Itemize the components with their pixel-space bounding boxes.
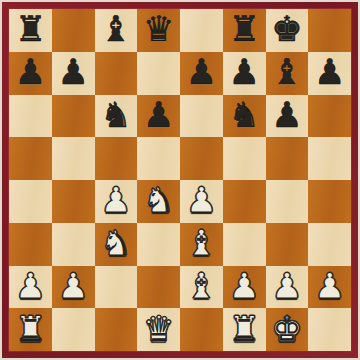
- square-a3[interactable]: [9, 223, 52, 266]
- square-f2[interactable]: ♟: [223, 266, 266, 309]
- square-b6[interactable]: [52, 95, 95, 138]
- piece-black-pawn[interactable]: ♟: [57, 52, 88, 93]
- square-b1[interactable]: [52, 308, 95, 351]
- square-h5[interactable]: [308, 137, 351, 180]
- piece-black-pawn[interactable]: ♟: [228, 52, 259, 93]
- piece-black-bishop[interactable]: ♝: [271, 52, 302, 93]
- square-g7[interactable]: ♝: [266, 52, 309, 95]
- square-f7[interactable]: ♟: [223, 52, 266, 95]
- piece-white-pawn[interactable]: ♟: [228, 266, 259, 307]
- piece-black-bishop[interactable]: ♝: [100, 9, 131, 50]
- square-b7[interactable]: ♟: [52, 52, 95, 95]
- square-c8[interactable]: ♝: [95, 9, 138, 52]
- piece-white-pawn[interactable]: ♟: [100, 180, 131, 221]
- square-d6[interactable]: ♟: [137, 95, 180, 138]
- piece-white-queen[interactable]: ♛: [143, 308, 174, 349]
- square-e7[interactable]: ♟: [180, 52, 223, 95]
- square-c3[interactable]: ♞: [95, 223, 138, 266]
- piece-black-rook[interactable]: ♜: [228, 9, 259, 50]
- square-h8[interactable]: [308, 9, 351, 52]
- square-h3[interactable]: [308, 223, 351, 266]
- square-f6[interactable]: ♞: [223, 95, 266, 138]
- square-a6[interactable]: [9, 95, 52, 138]
- square-b8[interactable]: [52, 9, 95, 52]
- square-d3[interactable]: [137, 223, 180, 266]
- square-f8[interactable]: ♜: [223, 9, 266, 52]
- piece-black-knight[interactable]: ♞: [228, 95, 259, 136]
- piece-white-pawn[interactable]: ♟: [271, 266, 302, 307]
- square-b5[interactable]: [52, 137, 95, 180]
- square-h6[interactable]: [308, 95, 351, 138]
- square-g5[interactable]: [266, 137, 309, 180]
- piece-black-king[interactable]: ♚: [271, 9, 302, 50]
- piece-white-king[interactable]: ♚: [271, 308, 302, 349]
- square-a8[interactable]: ♜: [9, 9, 52, 52]
- square-c6[interactable]: ♞: [95, 95, 138, 138]
- square-b2[interactable]: ♟: [52, 266, 95, 309]
- square-h2[interactable]: ♟: [308, 266, 351, 309]
- piece-white-bishop[interactable]: ♝: [186, 266, 217, 307]
- square-d8[interactable]: ♛: [137, 9, 180, 52]
- piece-black-rook[interactable]: ♜: [15, 9, 46, 50]
- square-g6[interactable]: ♟: [266, 95, 309, 138]
- square-c2[interactable]: [95, 266, 138, 309]
- square-c1[interactable]: [95, 308, 138, 351]
- square-d1[interactable]: ♛: [137, 308, 180, 351]
- square-g3[interactable]: [266, 223, 309, 266]
- square-d7[interactable]: [137, 52, 180, 95]
- square-e8[interactable]: [180, 9, 223, 52]
- square-c5[interactable]: [95, 137, 138, 180]
- piece-black-pawn[interactable]: ♟: [15, 52, 46, 93]
- square-a4[interactable]: [9, 180, 52, 223]
- square-d5[interactable]: [137, 137, 180, 180]
- square-e4[interactable]: ♟: [180, 180, 223, 223]
- square-b3[interactable]: [52, 223, 95, 266]
- square-a1[interactable]: ♜: [9, 308, 52, 351]
- piece-black-queen[interactable]: ♛: [143, 9, 174, 50]
- square-d2[interactable]: [137, 266, 180, 309]
- piece-white-rook[interactable]: ♜: [228, 308, 259, 349]
- piece-white-knight[interactable]: ♞: [143, 180, 174, 221]
- square-h4[interactable]: [308, 180, 351, 223]
- square-f3[interactable]: [223, 223, 266, 266]
- square-f5[interactable]: [223, 137, 266, 180]
- piece-white-pawn[interactable]: ♟: [186, 180, 217, 221]
- square-c4[interactable]: ♟: [95, 180, 138, 223]
- piece-white-knight[interactable]: ♞: [100, 223, 131, 264]
- piece-black-pawn[interactable]: ♟: [271, 95, 302, 136]
- square-h7[interactable]: ♟: [308, 52, 351, 95]
- square-e1[interactable]: [180, 308, 223, 351]
- piece-black-knight[interactable]: ♞: [100, 95, 131, 136]
- piece-white-pawn[interactable]: ♟: [314, 266, 345, 307]
- square-e2[interactable]: ♝: [180, 266, 223, 309]
- square-g1[interactable]: ♚: [266, 308, 309, 351]
- square-f1[interactable]: ♜: [223, 308, 266, 351]
- square-e5[interactable]: [180, 137, 223, 180]
- square-f4[interactable]: [223, 180, 266, 223]
- square-d4[interactable]: ♞: [137, 180, 180, 223]
- square-c7[interactable]: [95, 52, 138, 95]
- square-g8[interactable]: ♚: [266, 9, 309, 52]
- square-g2[interactable]: ♟: [266, 266, 309, 309]
- board-frame: ♜♝♛♜♚♟♟♟♟♝♟♞♟♞♟♟♞♟♞♝♟♟♝♟♟♟♜♛♜♚: [0, 0, 360, 360]
- square-a2[interactable]: ♟: [9, 266, 52, 309]
- piece-white-pawn[interactable]: ♟: [57, 266, 88, 307]
- piece-black-pawn[interactable]: ♟: [143, 95, 174, 136]
- piece-white-bishop[interactable]: ♝: [186, 223, 217, 264]
- piece-white-rook[interactable]: ♜: [15, 308, 46, 349]
- piece-white-pawn[interactable]: ♟: [15, 266, 46, 307]
- square-e6[interactable]: [180, 95, 223, 138]
- piece-black-pawn[interactable]: ♟: [186, 52, 217, 93]
- square-e3[interactable]: ♝: [180, 223, 223, 266]
- square-a7[interactable]: ♟: [9, 52, 52, 95]
- piece-black-pawn[interactable]: ♟: [314, 52, 345, 93]
- square-b4[interactable]: [52, 180, 95, 223]
- square-g4[interactable]: [266, 180, 309, 223]
- square-a5[interactable]: [9, 137, 52, 180]
- square-h1[interactable]: [308, 308, 351, 351]
- chess-board: ♜♝♛♜♚♟♟♟♟♝♟♞♟♞♟♟♞♟♞♝♟♟♝♟♟♟♜♛♜♚: [8, 8, 352, 352]
